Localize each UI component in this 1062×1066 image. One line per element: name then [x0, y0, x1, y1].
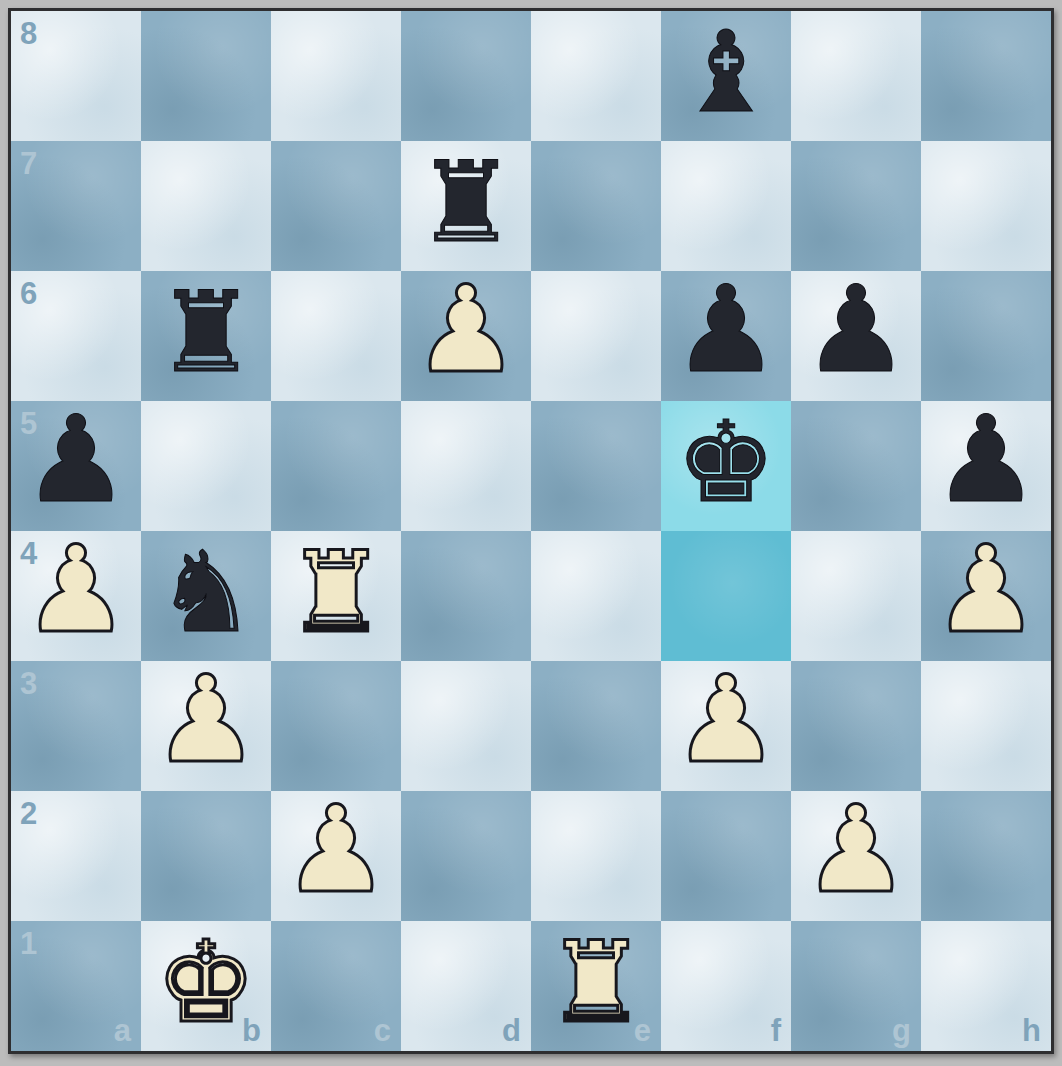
file-label-h: h	[1022, 1013, 1041, 1049]
square-d7[interactable]: ♜	[401, 141, 531, 271]
square-c6[interactable]	[271, 271, 401, 401]
piece-black-rook-d7[interactable]: ♜	[416, 146, 516, 258]
square-c7[interactable]	[271, 141, 401, 271]
rank-label-3: 3	[20, 666, 37, 702]
rank-label-7: 7	[20, 146, 37, 182]
square-d8[interactable]	[401, 11, 531, 141]
square-e4[interactable]	[531, 531, 661, 661]
piece-white-pawn-b3[interactable]: ♟	[152, 660, 260, 780]
square-f8[interactable]: ♝	[661, 11, 791, 141]
piece-white-pawn-c2[interactable]: ♟	[282, 790, 390, 910]
square-a4[interactable]: 4♟	[11, 531, 141, 661]
square-a7[interactable]: 7	[11, 141, 141, 271]
piece-black-pawn-g6[interactable]: ♟	[802, 270, 910, 390]
square-h7[interactable]	[921, 141, 1051, 271]
square-g5[interactable]	[791, 401, 921, 531]
file-label-a: a	[114, 1013, 131, 1049]
piece-white-pawn-h4[interactable]: ♟	[932, 530, 1040, 650]
square-b2[interactable]	[141, 791, 271, 921]
square-f6[interactable]: ♟	[661, 271, 791, 401]
square-d5[interactable]	[401, 401, 531, 531]
square-c8[interactable]	[271, 11, 401, 141]
square-g1[interactable]: g	[791, 921, 921, 1051]
chess-board: 8♝7♜6♜♟♟♟5♟♚♟4♟♞♜♟3♟♟2♟♟1ab♚cde♜fgh	[11, 11, 1051, 1051]
rank-label-8: 8	[20, 16, 37, 52]
square-g6[interactable]: ♟	[791, 271, 921, 401]
square-d3[interactable]	[401, 661, 531, 791]
square-b5[interactable]	[141, 401, 271, 531]
square-b3[interactable]: ♟	[141, 661, 271, 791]
rank-label-1: 1	[20, 926, 37, 962]
square-f5[interactable]: ♚	[661, 401, 791, 531]
square-e7[interactable]	[531, 141, 661, 271]
square-b8[interactable]	[141, 11, 271, 141]
square-f2[interactable]	[661, 791, 791, 921]
square-e8[interactable]	[531, 11, 661, 141]
square-f1[interactable]: f	[661, 921, 791, 1051]
square-h4[interactable]: ♟	[921, 531, 1051, 661]
square-b4[interactable]: ♞	[141, 531, 271, 661]
piece-white-pawn-g2[interactable]: ♟	[802, 790, 910, 910]
chess-board-frame: 8♝7♜6♜♟♟♟5♟♚♟4♟♞♜♟3♟♟2♟♟1ab♚cde♜fgh	[8, 8, 1054, 1054]
square-h2[interactable]	[921, 791, 1051, 921]
square-c4[interactable]: ♜	[271, 531, 401, 661]
square-a3[interactable]: 3	[11, 661, 141, 791]
piece-black-pawn-h5[interactable]: ♟	[932, 400, 1040, 520]
square-f7[interactable]	[661, 141, 791, 271]
square-d6[interactable]: ♟	[401, 271, 531, 401]
piece-white-pawn-a4[interactable]: ♟	[22, 530, 130, 650]
square-h1[interactable]: h	[921, 921, 1051, 1051]
piece-black-king-f5[interactable]: ♚	[676, 406, 776, 518]
square-c5[interactable]	[271, 401, 401, 531]
square-h5[interactable]: ♟	[921, 401, 1051, 531]
square-d2[interactable]	[401, 791, 531, 921]
square-a5[interactable]: 5♟	[11, 401, 141, 531]
file-label-c: c	[374, 1013, 391, 1049]
square-e3[interactable]	[531, 661, 661, 791]
piece-black-knight-b4[interactable]: ♞	[156, 536, 256, 648]
piece-white-rook-c4[interactable]: ♜	[286, 536, 386, 648]
square-f3[interactable]: ♟	[661, 661, 791, 791]
piece-white-pawn-d6[interactable]: ♟	[412, 270, 520, 390]
square-g7[interactable]	[791, 141, 921, 271]
file-label-f: f	[771, 1013, 781, 1049]
square-a2[interactable]: 2	[11, 791, 141, 921]
rank-label-6: 6	[20, 276, 37, 312]
square-e2[interactable]	[531, 791, 661, 921]
square-e6[interactable]	[531, 271, 661, 401]
square-h3[interactable]	[921, 661, 1051, 791]
rank-label-2: 2	[20, 796, 37, 832]
square-e5[interactable]	[531, 401, 661, 531]
square-d4[interactable]	[401, 531, 531, 661]
square-g4[interactable]	[791, 531, 921, 661]
square-d1[interactable]: d	[401, 921, 531, 1051]
square-g3[interactable]	[791, 661, 921, 791]
file-label-d: d	[502, 1013, 521, 1049]
square-h8[interactable]	[921, 11, 1051, 141]
piece-white-king-b1[interactable]: ♚	[156, 926, 256, 1038]
piece-white-pawn-f3[interactable]: ♟	[672, 660, 780, 780]
piece-white-rook-e1[interactable]: ♜	[546, 926, 646, 1038]
square-g2[interactable]: ♟	[791, 791, 921, 921]
square-a1[interactable]: 1a	[11, 921, 141, 1051]
square-f4[interactable]	[661, 531, 791, 661]
piece-black-pawn-a5[interactable]: ♟	[22, 400, 130, 520]
square-a8[interactable]: 8	[11, 11, 141, 141]
piece-black-rook-b6[interactable]: ♜	[156, 276, 256, 388]
square-b1[interactable]: b♚	[141, 921, 271, 1051]
file-label-g: g	[892, 1013, 911, 1049]
square-c1[interactable]: c	[271, 921, 401, 1051]
square-b6[interactable]: ♜	[141, 271, 271, 401]
piece-black-pawn-f6[interactable]: ♟	[672, 270, 780, 390]
square-h6[interactable]	[921, 271, 1051, 401]
square-g8[interactable]	[791, 11, 921, 141]
square-b7[interactable]	[141, 141, 271, 271]
square-c2[interactable]: ♟	[271, 791, 401, 921]
square-e1[interactable]: e♜	[531, 921, 661, 1051]
piece-black-bishop-f8[interactable]: ♝	[676, 16, 776, 128]
square-a6[interactable]: 6	[11, 271, 141, 401]
square-c3[interactable]	[271, 661, 401, 791]
